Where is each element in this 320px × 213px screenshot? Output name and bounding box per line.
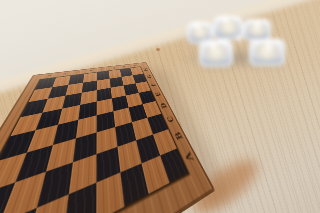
glass-sparkle bbox=[267, 44, 271, 48]
glass-sparkle bbox=[237, 36, 241, 40]
glass-sparkle bbox=[211, 44, 215, 48]
tealight-candle bbox=[191, 25, 209, 39]
rank-label-5: 5 bbox=[100, 66, 106, 72]
rank-label-4: 4 bbox=[87, 68, 94, 75]
rank-label-7: 7 bbox=[121, 64, 128, 70]
rank-label-3: 3 bbox=[74, 69, 82, 76]
tealight-holder bbox=[199, 40, 233, 67]
tealight-holder-cluster bbox=[175, 6, 305, 82]
glass-sparkle bbox=[223, 18, 227, 22]
table-crumb bbox=[156, 48, 160, 51]
rank-label-8: 8 bbox=[131, 63, 138, 69]
tealight-candle bbox=[204, 44, 228, 61]
rank-label-6: 6 bbox=[111, 65, 118, 71]
chessboard: HGFEDCBA 12345678 bbox=[0, 62, 215, 213]
photo-canvas: HGFEDCBA 12345678 bbox=[0, 0, 320, 213]
glass-sparkle bbox=[255, 22, 259, 26]
tealight-holder bbox=[249, 39, 285, 66]
tealight-candle bbox=[218, 19, 239, 34]
glass-sparkle bbox=[195, 24, 199, 28]
